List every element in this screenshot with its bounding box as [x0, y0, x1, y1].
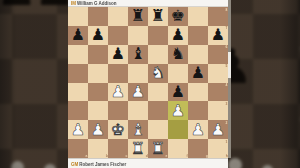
square-b4[interactable] [88, 83, 108, 102]
square-f6[interactable]: ♞ [168, 45, 188, 64]
rank-label-2: 2 [226, 121, 228, 124]
square-e4[interactable] [148, 83, 168, 102]
blurred-board-background-left: ♟ ♟ [0, 0, 68, 168]
square-e8[interactable]: ♜ [148, 7, 168, 26]
white-pawn-icon: ♟ [191, 121, 205, 137]
square-a1[interactable]: a [68, 139, 88, 158]
chess-board: ♜♜♚8♟♟♟♟7♟♝♞6♞♟5♟♟♟4♟3♟♟♚♝♟♟2abc♜d♜efg1h [68, 7, 228, 158]
square-h6[interactable]: 6 [208, 45, 228, 64]
square-g6[interactable] [188, 45, 208, 64]
square-h8[interactable]: 8 [208, 7, 228, 26]
square-b5[interactable] [88, 64, 108, 83]
square-g5[interactable]: ♟ [188, 64, 208, 83]
black-knight-icon: ♞ [171, 46, 185, 62]
white-knight-icon: ♞ [151, 65, 165, 81]
square-f2[interactable] [168, 120, 188, 139]
square-f7[interactable]: ♟ [168, 26, 188, 45]
square-b2[interactable]: ♟ [88, 120, 108, 139]
square-c4[interactable]: ♟ [108, 83, 128, 102]
square-h7[interactable]: ♟7 [208, 26, 228, 45]
square-e2[interactable] [148, 120, 168, 139]
rank-label-3: 3 [226, 102, 228, 105]
square-d8[interactable]: ♜ [128, 7, 148, 26]
square-c8[interactable] [108, 7, 128, 26]
black-pawn-icon: ♟ [111, 46, 125, 62]
square-d6[interactable]: ♝ [128, 45, 148, 64]
square-h4[interactable]: 4 [208, 83, 228, 102]
player-top-title-badge: IM [71, 1, 76, 6]
square-b3[interactable] [88, 101, 108, 120]
black-rook-icon: ♜ [151, 8, 165, 24]
square-a4[interactable] [68, 83, 88, 102]
square-a8[interactable] [68, 7, 88, 26]
white-rook-icon: ♜ [131, 140, 145, 156]
file-label-h: h [225, 154, 227, 157]
rank-label-1: 1 [226, 140, 228, 143]
square-b6[interactable] [88, 45, 108, 64]
square-f1[interactable]: f [168, 139, 188, 158]
square-d3[interactable] [128, 101, 148, 120]
rank-label-6: 6 [226, 45, 228, 48]
square-b1[interactable]: b [88, 139, 108, 158]
white-pawn-icon: ♟ [71, 121, 85, 137]
square-c3[interactable] [108, 101, 128, 120]
square-b8[interactable] [88, 7, 108, 26]
square-a2[interactable]: ♟ [68, 120, 88, 139]
black-pawn-icon: ♟ [191, 65, 205, 81]
square-e3[interactable] [148, 101, 168, 120]
background-shade [228, 0, 300, 168]
black-pawn-icon: ♟ [171, 83, 185, 99]
white-pawn-icon: ♟ [211, 121, 225, 137]
white-pawn-icon: ♟ [91, 121, 105, 137]
square-h1[interactable]: 1h [208, 139, 228, 158]
white-pawn-icon: ♟ [111, 83, 125, 99]
square-c2[interactable]: ♚ [108, 120, 128, 139]
rank-label-8: 8 [226, 8, 228, 11]
player-bottom-title-badge: GM [71, 161, 78, 166]
square-f4[interactable]: ♟ [168, 83, 188, 102]
scrollbar-thumb[interactable] [228, 52, 231, 78]
square-d5[interactable] [128, 64, 148, 83]
scrollbar[interactable] [228, 0, 231, 158]
square-g3[interactable] [188, 101, 208, 120]
background-shade [0, 0, 68, 168]
square-e5[interactable]: ♞ [148, 64, 168, 83]
rank-label-5: 5 [226, 64, 228, 67]
video-frame: ♟ ♟ ♟ 5 2 IMWilliam G Addison ♜♜♚8♟♟♟♟7♟… [0, 0, 300, 168]
square-d1[interactable]: ♜d [128, 139, 148, 158]
square-g4[interactable] [188, 83, 208, 102]
black-rook-icon: ♜ [131, 8, 145, 24]
square-c5[interactable] [108, 64, 128, 83]
square-d2[interactable]: ♝ [128, 120, 148, 139]
square-c7[interactable] [108, 26, 128, 45]
square-a3[interactable] [68, 101, 88, 120]
blurred-board-background-right: ♟ 5 2 [228, 0, 300, 168]
square-g8[interactable] [188, 7, 208, 26]
rank-label-7: 7 [226, 26, 228, 29]
square-g7[interactable] [188, 26, 208, 45]
white-king-icon: ♚ [111, 121, 125, 137]
square-b7[interactable]: ♟ [88, 26, 108, 45]
player-top-text: IMWilliam G Addison [71, 1, 117, 6]
white-pawn-icon: ♟ [171, 102, 185, 118]
square-d7[interactable] [128, 26, 148, 45]
square-d4[interactable]: ♟ [128, 83, 148, 102]
square-f5[interactable] [168, 64, 188, 83]
square-h5[interactable]: 5 [208, 64, 228, 83]
black-pawn-icon: ♟ [91, 27, 105, 43]
square-h2[interactable]: ♟2 [208, 120, 228, 139]
black-pawn-icon: ♟ [171, 27, 185, 43]
square-a5[interactable] [68, 64, 88, 83]
player-bar-bottom: GMRobert James Fischer [68, 158, 228, 168]
square-e6[interactable] [148, 45, 168, 64]
player-top-name: William G Addison [77, 1, 117, 6]
player-bottom-text: GMRobert James Fischer [71, 161, 126, 166]
square-c1[interactable]: c [108, 139, 128, 158]
square-a7[interactable]: ♟ [68, 26, 88, 45]
white-pawn-icon: ♟ [131, 83, 145, 99]
white-bishop-icon: ♝ [131, 121, 145, 137]
square-f8[interactable]: ♚ [168, 7, 188, 26]
square-e1[interactable]: ♜e [148, 139, 168, 158]
black-pawn-icon: ♟ [211, 27, 225, 43]
game-panel: IMWilliam G Addison ♜♜♚8♟♟♟♟7♟♝♞6♞♟5♟♟♟4… [68, 0, 228, 168]
player-bottom-name: Robert James Fischer [79, 161, 126, 166]
rank-label-4: 4 [226, 83, 228, 86]
square-g2[interactable]: ♟ [188, 120, 208, 139]
black-pawn-icon: ♟ [71, 27, 85, 43]
square-g1[interactable]: g [188, 139, 208, 158]
square-h3[interactable]: 3 [208, 101, 228, 120]
white-rook-icon: ♜ [151, 140, 165, 156]
player-bar-top: IMWilliam G Addison [68, 0, 228, 7]
square-f3[interactable]: ♟ [168, 101, 188, 120]
black-bishop-icon: ♝ [131, 46, 145, 62]
square-a6[interactable] [68, 45, 88, 64]
square-c6[interactable]: ♟ [108, 45, 128, 64]
black-king-icon: ♚ [171, 8, 185, 24]
square-e7[interactable] [148, 26, 168, 45]
